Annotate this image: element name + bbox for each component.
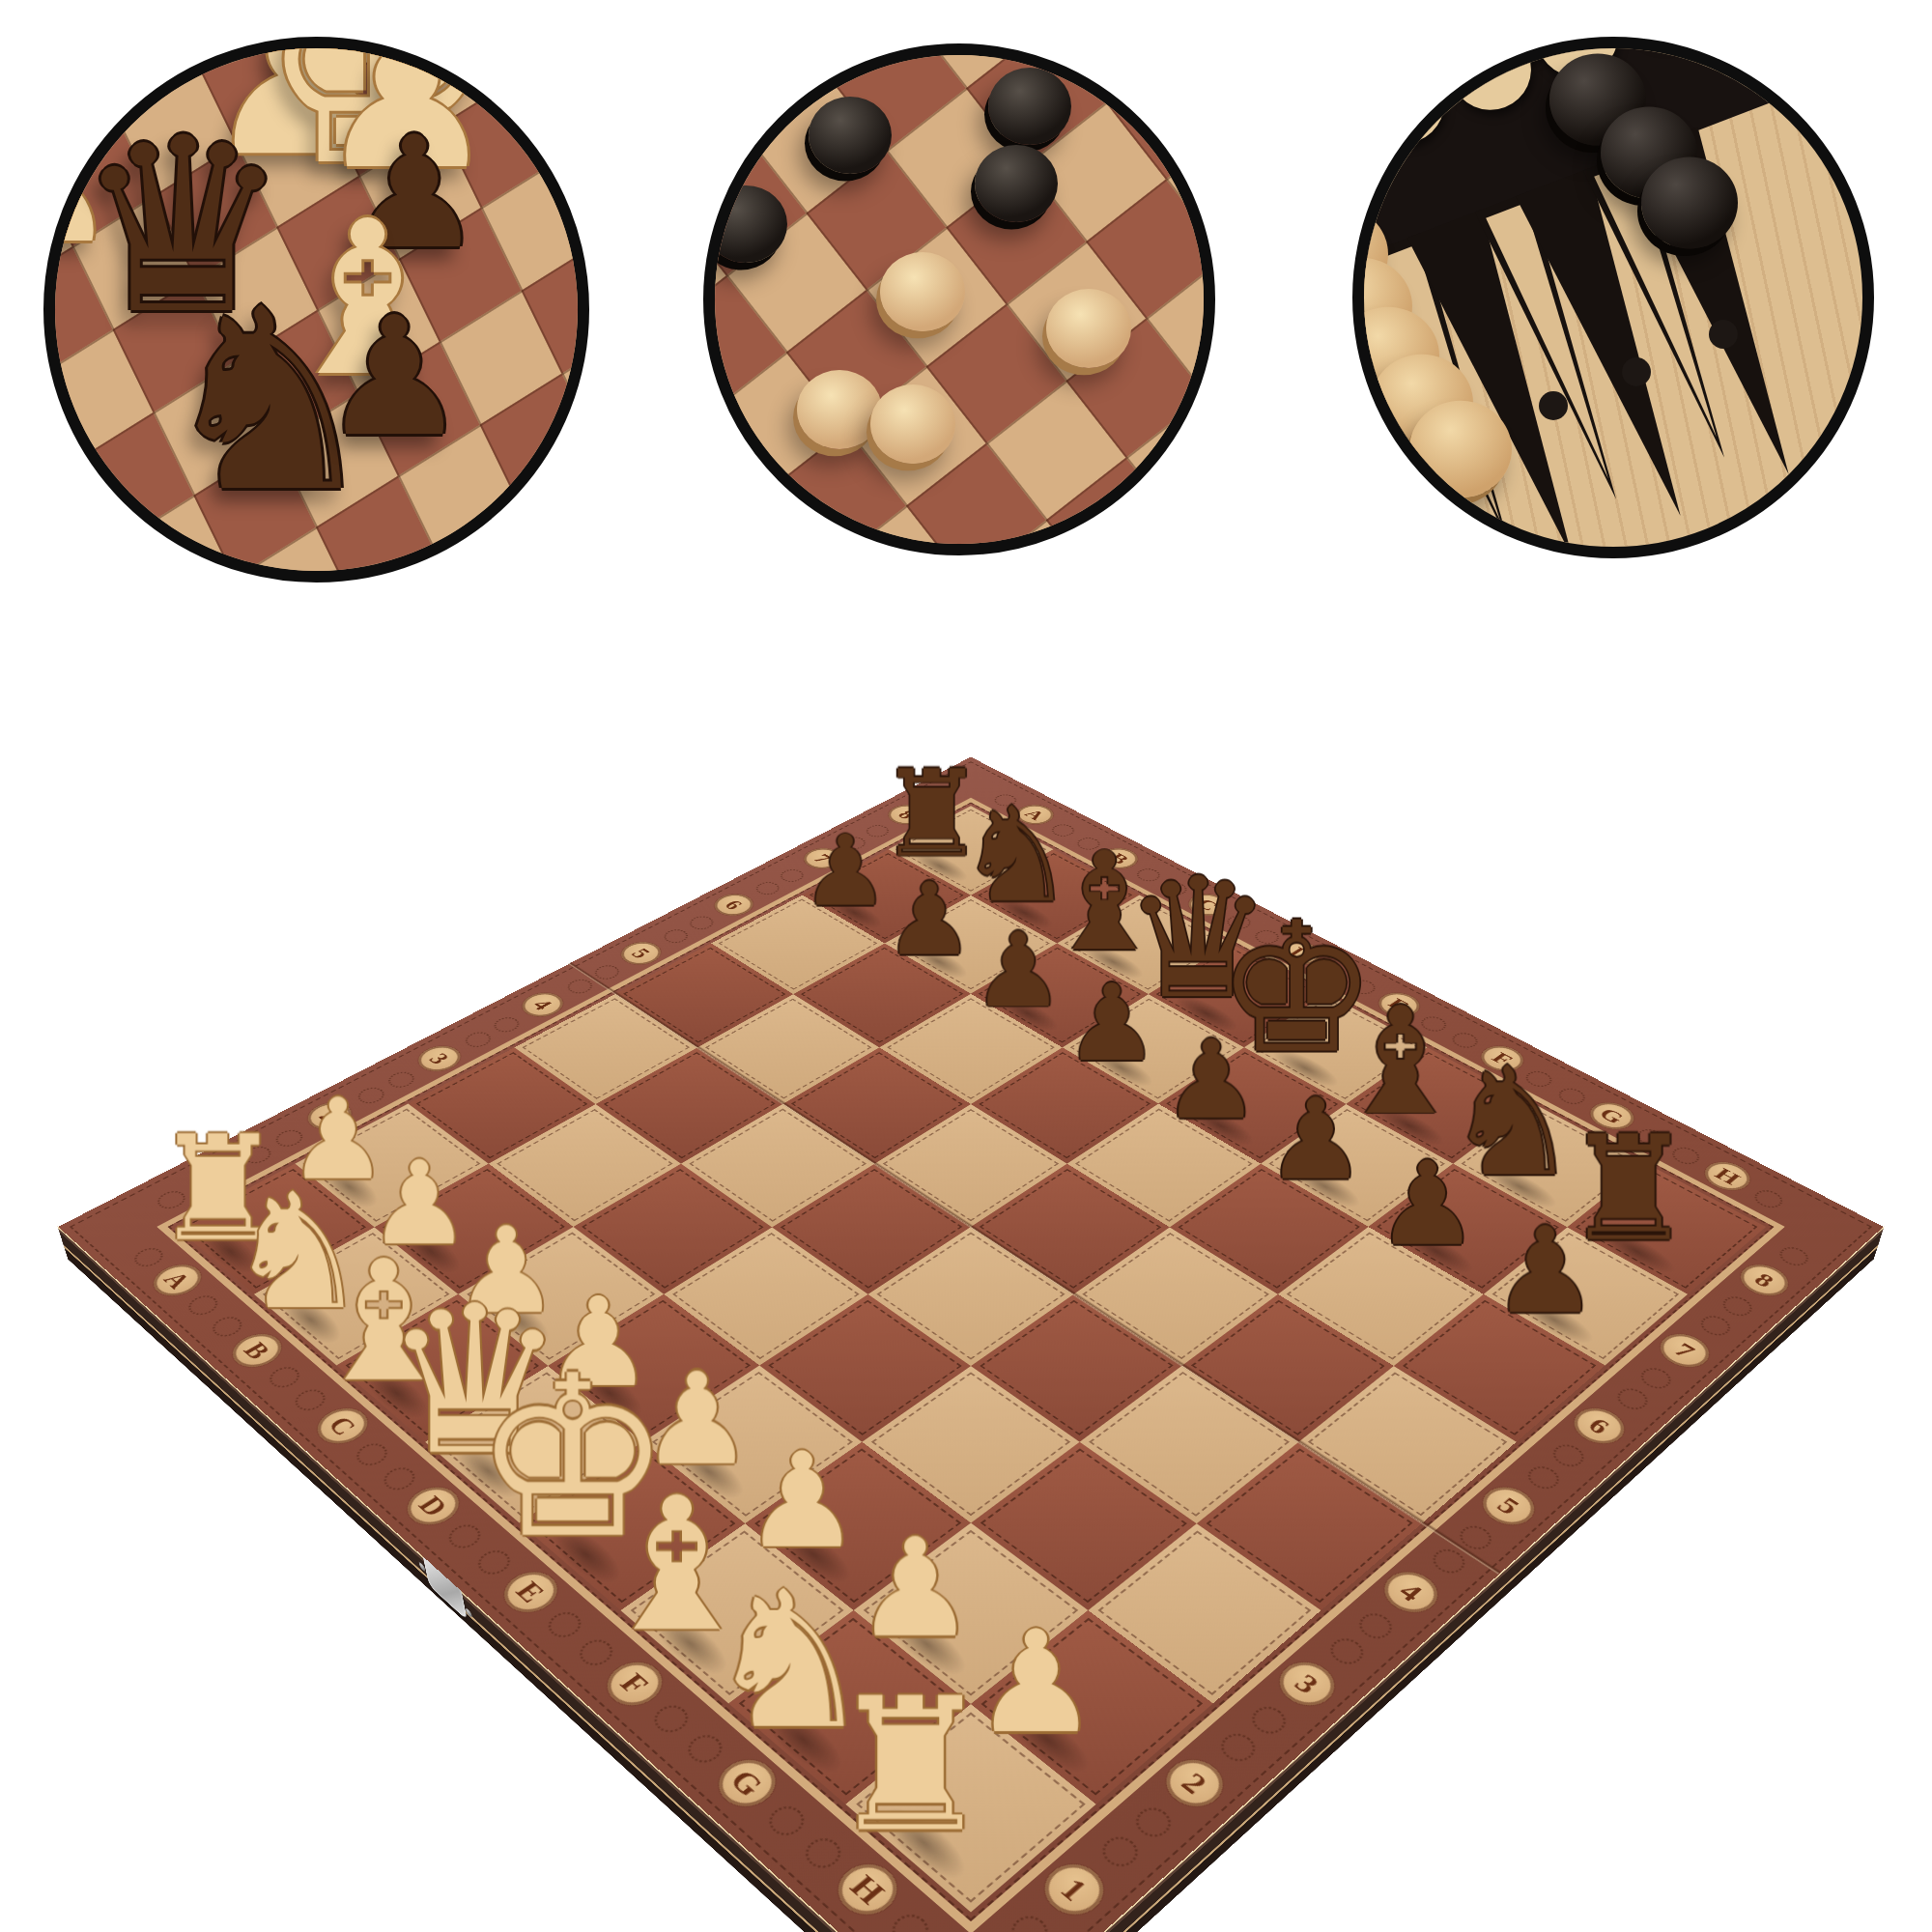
product-photo: ♟ ♟ ♚ ♟ ♛ ♟ ♝ ♞ ♟ [0,0,1932,1932]
coord-label-text: 2 [300,1097,360,1134]
board-top-surface: ABCDEFGH ABCDEFGH 87654321 87654321 ♜♞♝♛… [58,757,1883,1932]
piece-black-pawn: ♟ [1265,1087,1366,1193]
coord-label-text: D [1273,938,1328,970]
piece-black-pawn: ♟ [1065,973,1159,1073]
coord-label-text: 6 [1565,1402,1634,1451]
coord-label-text: 8 [881,801,932,828]
folding-game-board: ABCDEFGH ABCDEFGH 87654321 87654321 ♜♞♝♛… [58,757,1883,1932]
coord-label-text: 7 [1651,1327,1718,1374]
coord-label-text: 6 [707,890,760,920]
piece-black-pawn: ♟ [1162,1028,1260,1131]
piece-white-pawn: ♟ [743,1438,861,1563]
coord-label-text: 5 [613,938,668,970]
chessboard-grid: ♜♞♝♛♚♝♞♜♟♟♟♟♟♟♟♟♟♟♟♟♟♟♟♟♜♞♝♛♚♝♞♜ [176,806,1766,1912]
coord-label-2: 2 [1096,1703,1292,1866]
board-scene: ABCDEFGH ABCDEFGH 87654321 87654321 ♜♞♝♛… [0,0,1932,1932]
piece-black-pawn: ♟ [885,871,975,967]
coord-label-text: A [1009,801,1061,828]
coord-label-text: 4 [1375,1564,1448,1620]
coord-label-text: A [145,1259,210,1302]
coord-label-text: F [1473,1041,1531,1076]
coord-label-text: C [1180,890,1234,920]
piece-white-rook: ♜ [828,1679,993,1854]
coord-label-text: D [398,1480,469,1532]
coord-label-text: 4 [515,988,571,1021]
piece-black-pawn: ♟ [972,921,1065,1018]
coord-label-text: C [308,1402,377,1451]
coord-label-text: E [1371,988,1427,1021]
piece-black-pawn: ♟ [1376,1149,1479,1259]
piece-black-pawn: ♟ [1492,1214,1600,1327]
coord-label-text: H [1697,1156,1759,1196]
coord-label-text: 8 [1732,1259,1797,1302]
coord-label-text: E [494,1564,567,1620]
coord-label-text: 3 [411,1041,469,1076]
coord-label-text: B [1094,844,1146,872]
coord-label-text: B [224,1327,291,1374]
coord-label-text: 7 [796,844,848,872]
